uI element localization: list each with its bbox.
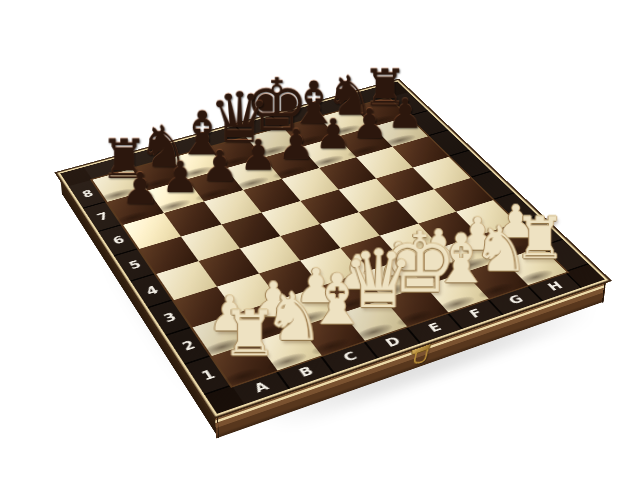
product-photo-scene: ABCDEFGH 87654321 ♜♞♝♛♚♝♞♜♟♟♟♟♟♟♟♟♟♟♟♟♟♟… bbox=[0, 0, 640, 480]
clasp-hook bbox=[413, 349, 429, 365]
piece-shadow bbox=[219, 365, 265, 388]
chess-board: ABCDEFGH 87654321 ♜♞♝♛♚♝♞♜♟♟♟♟♟♟♟♟♟♟♟♟♟♟… bbox=[60, 82, 605, 414]
board-top-face: ABCDEFGH 87654321 ♜♞♝♛♚♝♞♜♟♟♟♟♟♟♟♟♟♟♟♟♟♟… bbox=[60, 82, 605, 414]
perspective-stage: ABCDEFGH 87654321 ♜♞♝♛♚♝♞♜♟♟♟♟♟♟♟♟♟♟♟♟♟♟… bbox=[0, 0, 640, 480]
black-pawn-glyph: ♟ bbox=[315, 114, 352, 155]
white-rook-glyph: ♜ bbox=[221, 303, 277, 366]
